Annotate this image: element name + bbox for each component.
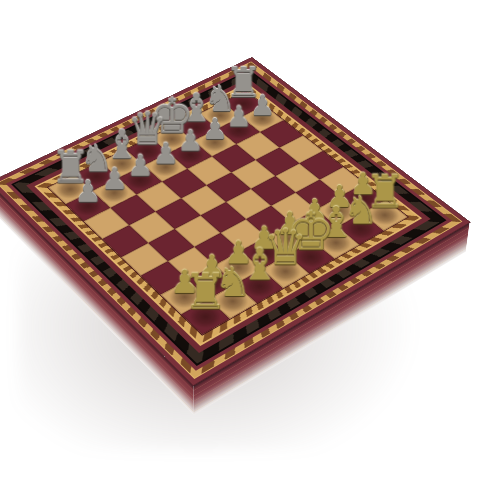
outer-frame-band: ♜♞♝♛♚♝♞♜♟♟♟♟♟♟♟♟♟♟♟♟♟♟♟♟♜♞♝♛♚♝♞♜ bbox=[6, 67, 453, 371]
outer-gold-border: ♜♞♝♛♚♝♞♜♟♟♟♟♟♟♟♟♟♟♟♟♟♟♟♟♜♞♝♛♚♝♞♜ bbox=[0, 61, 462, 379]
scalloped-black-border: ♜♞♝♛♚♝♞♜♟♟♟♟♟♟♟♟♟♟♟♟♟♟♟♟♜♞♝♛♚♝♞♜ bbox=[13, 71, 446, 365]
square-a1[interactable]: ♜ bbox=[181, 299, 230, 335]
inner-frame-band: ♜♞♝♛♚♝♞♜♟♟♟♟♟♟♟♟♟♟♟♟♟♟♟♟♜♞♝♛♚♝♞♜ bbox=[26, 78, 430, 353]
scene: ♜♞♝♛♚♝♞♜♟♟♟♟♟♟♟♟♟♟♟♟♟♟♟♟♜♞♝♛♚♝♞♜ bbox=[0, 0, 480, 480]
board-top-face: ♜♞♝♛♚♝♞♜♟♟♟♟♟♟♟♟♟♟♟♟♟♟♟♟♜♞♝♛♚♝♞♜ bbox=[0, 58, 470, 385]
piece-black-pawn-a7[interactable]: ♟ bbox=[60, 148, 116, 206]
silver-pawn-icon: ♟ bbox=[75, 177, 102, 206]
photo-background: ♜♞♝♛♚♝♞♜♟♟♟♟♟♟♟♟♟♟♟♟♟♟♟♟♜♞♝♛♚♝♞♜ bbox=[0, 0, 480, 480]
piece-white-rook-a1[interactable]: ♜ bbox=[175, 254, 236, 317]
brass-rook-icon: ♜ bbox=[184, 270, 228, 316]
chess-board-box: ♜♞♝♛♚♝♞♜♟♟♟♟♟♟♟♟♟♟♟♟♟♟♟♟♜♞♝♛♚♝♞♜ bbox=[0, 58, 470, 385]
